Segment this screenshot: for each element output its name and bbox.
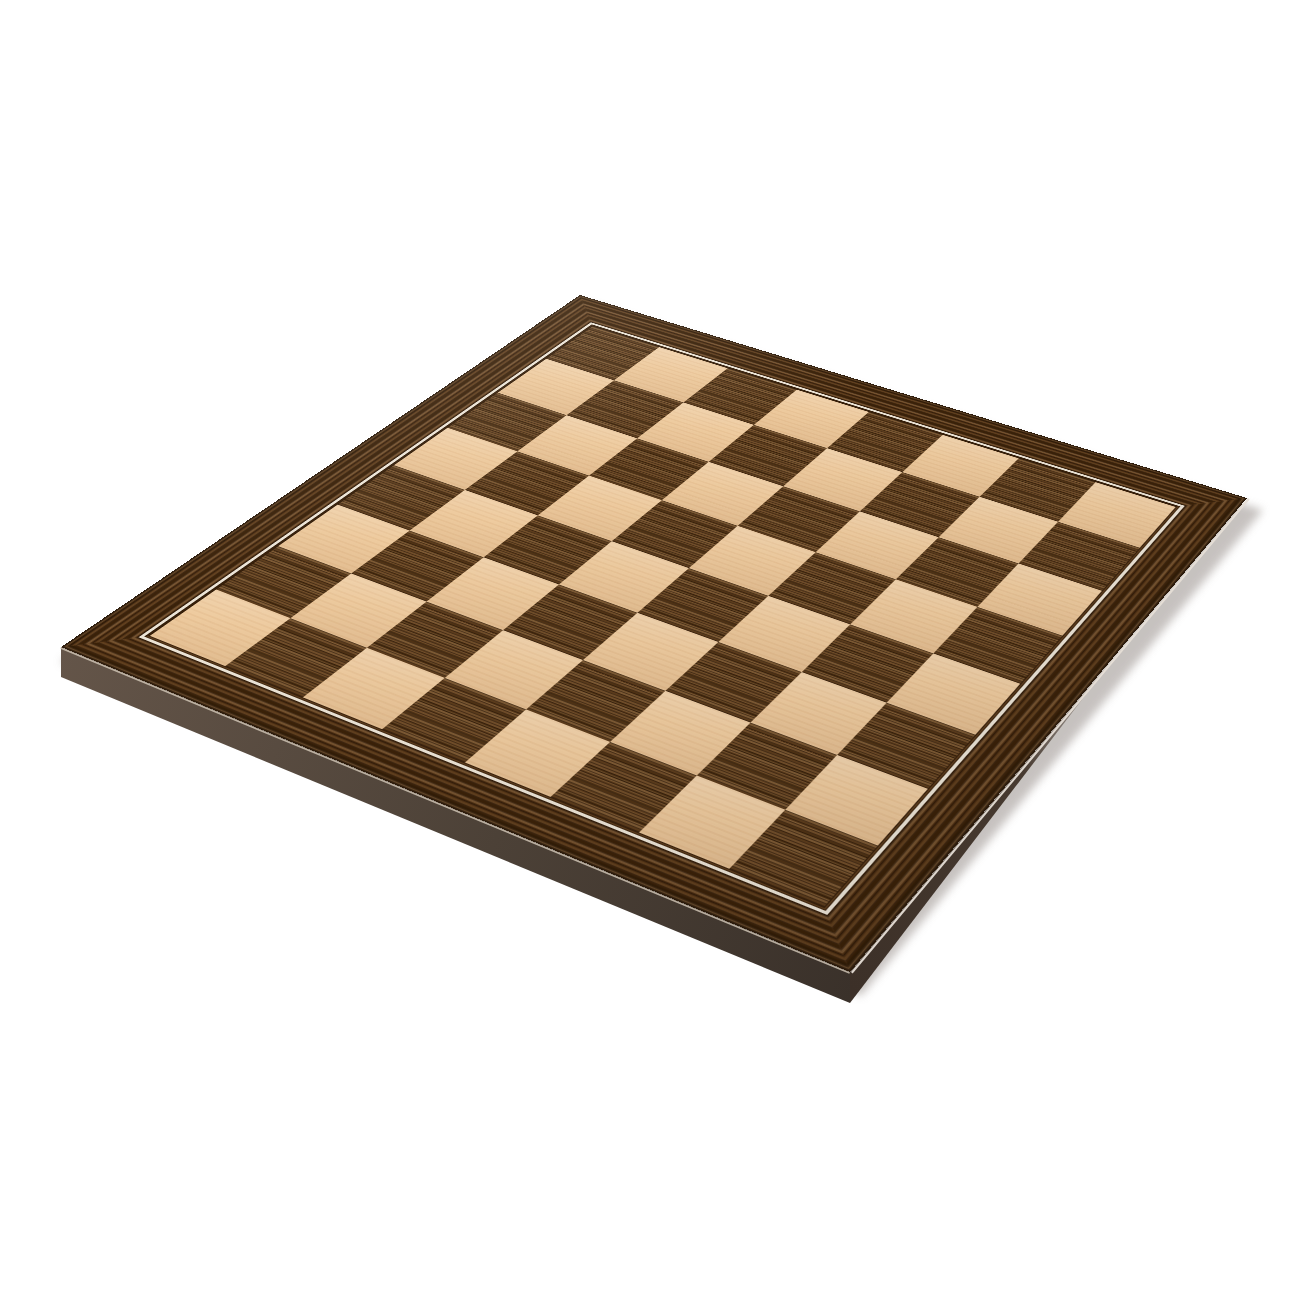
product-photo-stage: [0, 0, 1300, 1300]
